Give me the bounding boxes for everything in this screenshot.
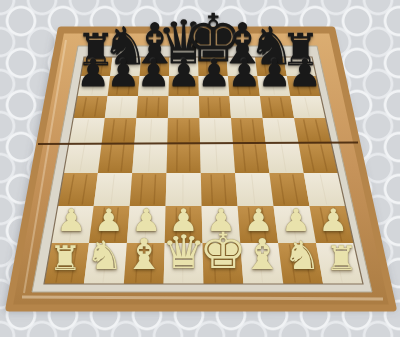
tablecloth-background: ♜♞♝♛♚♝♞♜♟♟♟♟♟♟♟♟♟♟♟♟♟♟♟♟♜♞♝♛♚♝♞♜ — [0, 0, 400, 337]
piece-white-bishop[interactable]: ♝ — [242, 233, 282, 275]
piece-white-king[interactable]: ♚ — [199, 226, 247, 276]
piece-black-pawn[interactable]: ♟ — [136, 54, 170, 92]
piece-white-rook[interactable]: ♜ — [325, 242, 357, 276]
piece-black-pawn[interactable]: ♟ — [106, 54, 140, 92]
piece-white-pawn[interactable]: ♟ — [94, 205, 124, 236]
piece-white-knight[interactable]: ♞ — [283, 236, 321, 275]
piece-white-pawn[interactable]: ♟ — [281, 205, 311, 236]
piece-black-pawn[interactable]: ♟ — [167, 54, 201, 92]
piece-black-pawn[interactable]: ♟ — [288, 54, 322, 92]
piece-white-pawn[interactable]: ♟ — [57, 205, 87, 236]
piece-black-pawn[interactable]: ♟ — [257, 54, 291, 92]
pieces-layer: ♜♞♝♛♚♝♞♜♟♟♟♟♟♟♟♟♟♟♟♟♟♟♟♟♜♞♝♛♚♝♞♜ — [0, 0, 400, 337]
piece-black-pawn[interactable]: ♟ — [197, 54, 231, 92]
piece-white-bishop[interactable]: ♝ — [124, 233, 164, 275]
piece-white-rook[interactable]: ♜ — [49, 242, 81, 276]
piece-black-pawn[interactable]: ♟ — [76, 54, 110, 92]
piece-white-knight[interactable]: ♞ — [86, 236, 124, 275]
piece-white-pawn[interactable]: ♟ — [319, 205, 349, 236]
piece-black-pawn[interactable]: ♟ — [227, 54, 261, 92]
